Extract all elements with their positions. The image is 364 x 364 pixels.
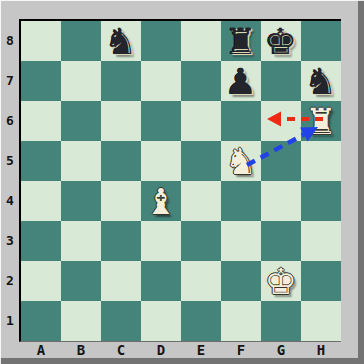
rank-label-5: 5 [2,141,18,181]
file-label-D: D [141,343,181,358]
square-b1[interactable] [61,301,101,341]
file-labels: ABCDEFGH [21,343,341,358]
black-knight[interactable]: ♞ [301,61,341,101]
square-f7[interactable]: ♟ [221,61,261,101]
square-e2[interactable] [181,261,221,301]
square-d7[interactable] [141,61,181,101]
square-a4[interactable] [21,181,61,221]
square-f3[interactable] [221,221,261,261]
square-g8[interactable]: ♚ [261,21,301,61]
black-pawn[interactable]: ♟ [221,61,261,101]
file-label-H: H [301,343,341,358]
chessboard-frame: 87654321 ♞♜♚♟♞♜♞♝♚ ABCDEFGH [0,0,364,364]
file-label-G: G [261,343,301,358]
square-a8[interactable] [21,21,61,61]
square-h4[interactable] [301,181,341,221]
square-e7[interactable] [181,61,221,101]
square-g4[interactable] [261,181,301,221]
square-d1[interactable] [141,301,181,341]
square-f6[interactable] [221,101,261,141]
white-rook[interactable]: ♜ [301,101,341,141]
square-e4[interactable] [181,181,221,221]
square-b3[interactable] [61,221,101,261]
square-c6[interactable] [101,101,141,141]
square-g5[interactable] [261,141,301,181]
square-a5[interactable] [21,141,61,181]
square-a2[interactable] [21,261,61,301]
rank-labels: 87654321 [2,21,18,341]
square-h3[interactable] [301,221,341,261]
square-e5[interactable] [181,141,221,181]
square-g1[interactable] [261,301,301,341]
black-rook[interactable]: ♜ [221,21,261,61]
rank-label-4: 4 [2,181,18,221]
file-label-F: F [221,343,261,358]
square-f5[interactable]: ♞ [221,141,261,181]
square-e6[interactable] [181,101,221,141]
square-h1[interactable] [301,301,341,341]
black-knight[interactable]: ♞ [101,21,141,61]
square-g2[interactable]: ♚ [261,261,301,301]
square-b8[interactable] [61,21,101,61]
file-label-E: E [181,343,221,358]
square-a7[interactable] [21,61,61,101]
square-h2[interactable] [301,261,341,301]
rank-label-6: 6 [2,101,18,141]
black-king[interactable]: ♚ [261,21,301,61]
square-d2[interactable] [141,261,181,301]
rank-label-1: 1 [2,301,18,341]
rank-label-2: 2 [2,261,18,301]
square-b2[interactable] [61,261,101,301]
file-label-C: C [101,343,141,358]
square-c2[interactable] [101,261,141,301]
square-d3[interactable] [141,221,181,261]
square-b6[interactable] [61,101,101,141]
rank-label-7: 7 [2,61,18,101]
board: ♞♜♚♟♞♜♞♝♚ [19,19,341,342]
square-c1[interactable] [101,301,141,341]
square-a3[interactable] [21,221,61,261]
square-h5[interactable] [301,141,341,181]
square-b5[interactable] [61,141,101,181]
square-g3[interactable] [261,221,301,261]
square-e1[interactable] [181,301,221,341]
square-f8[interactable]: ♜ [221,21,261,61]
square-h8[interactable] [301,21,341,61]
square-f1[interactable] [221,301,261,341]
square-b7[interactable] [61,61,101,101]
square-h6[interactable]: ♜ [301,101,341,141]
square-d5[interactable] [141,141,181,181]
square-a1[interactable] [21,301,61,341]
square-e3[interactable] [181,221,221,261]
file-label-B: B [61,343,101,358]
white-king[interactable]: ♚ [261,261,301,301]
square-d6[interactable] [141,101,181,141]
square-e8[interactable] [181,21,221,61]
file-label-A: A [21,343,61,358]
square-c3[interactable] [101,221,141,261]
rank-label-8: 8 [2,21,18,61]
square-d8[interactable] [141,21,181,61]
square-g7[interactable] [261,61,301,101]
white-bishop[interactable]: ♝ [141,181,181,221]
board-grid: ♞♜♚♟♞♜♞♝♚ [21,21,341,341]
white-knight[interactable]: ♞ [221,141,261,181]
square-f4[interactable] [221,181,261,221]
square-c7[interactable] [101,61,141,101]
square-a6[interactable] [21,101,61,141]
square-b4[interactable] [61,181,101,221]
square-c4[interactable] [101,181,141,221]
square-f2[interactable] [221,261,261,301]
square-c5[interactable] [101,141,141,181]
square-d4[interactable]: ♝ [141,181,181,221]
rank-label-3: 3 [2,221,18,261]
square-g6[interactable] [261,101,301,141]
square-c8[interactable]: ♞ [101,21,141,61]
square-h7[interactable]: ♞ [301,61,341,101]
